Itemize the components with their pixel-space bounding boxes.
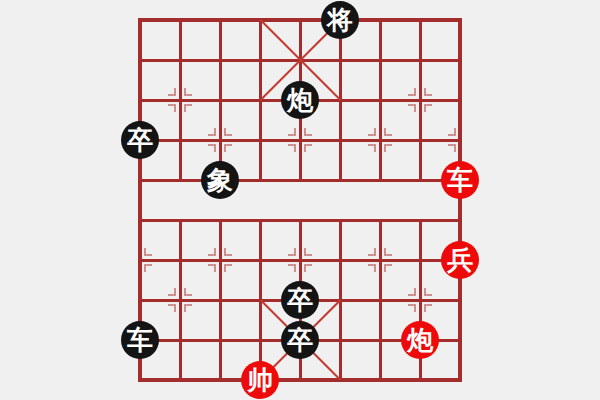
point-marker — [168, 304, 176, 312]
point-marker — [184, 304, 192, 312]
board-gridline-vertical — [419, 20, 422, 180]
point-marker — [408, 288, 416, 296]
point-marker — [304, 144, 312, 152]
point-marker — [208, 128, 216, 136]
board-gridline-vertical — [179, 220, 182, 380]
board-gridline-vertical — [379, 220, 382, 380]
board-gridline-vertical — [179, 20, 182, 180]
point-marker — [288, 128, 296, 136]
board-gridline-vertical — [219, 220, 222, 380]
point-marker — [304, 264, 312, 272]
point-marker — [208, 248, 216, 256]
point-marker — [184, 288, 192, 296]
point-marker — [448, 144, 456, 152]
point-marker — [288, 248, 296, 256]
point-marker — [368, 144, 376, 152]
point-marker — [168, 288, 176, 296]
point-marker — [304, 248, 312, 256]
point-marker — [224, 248, 232, 256]
point-marker — [384, 128, 392, 136]
point-marker — [168, 88, 176, 96]
point-marker — [184, 88, 192, 96]
point-marker — [408, 304, 416, 312]
point-marker — [424, 88, 432, 96]
point-marker — [144, 248, 152, 256]
piece-black-general[interactable]: 将 — [321, 1, 359, 39]
point-marker — [368, 264, 376, 272]
point-marker — [424, 288, 432, 296]
point-marker — [208, 144, 216, 152]
point-marker — [288, 144, 296, 152]
point-marker — [408, 104, 416, 112]
point-marker — [424, 104, 432, 112]
piece-red-soldier[interactable]: 兵 — [441, 241, 479, 279]
piece-black-soldier[interactable]: 卒 — [121, 121, 159, 159]
point-marker — [368, 128, 376, 136]
point-marker — [224, 264, 232, 272]
point-marker — [208, 264, 216, 272]
point-marker — [368, 248, 376, 256]
piece-black-cannon[interactable]: 炮 — [281, 81, 319, 119]
point-marker — [424, 304, 432, 312]
point-marker — [224, 144, 232, 152]
board-gridline-vertical — [379, 20, 382, 180]
point-marker — [224, 128, 232, 136]
piece-black-chariot[interactable]: 车 — [121, 321, 159, 359]
point-marker — [288, 264, 296, 272]
point-marker — [384, 248, 392, 256]
piece-black-soldier[interactable]: 卒 — [281, 281, 319, 319]
point-marker — [408, 88, 416, 96]
piece-red-general[interactable]: 帅 — [241, 361, 279, 399]
point-marker — [448, 128, 456, 136]
point-marker — [384, 144, 392, 152]
point-marker — [384, 264, 392, 272]
piece-black-elephant[interactable]: 象 — [201, 161, 239, 199]
point-marker — [144, 264, 152, 272]
point-marker — [304, 128, 312, 136]
piece-black-soldier[interactable]: 卒 — [281, 321, 319, 359]
point-marker — [184, 104, 192, 112]
board-gridline-vertical — [219, 20, 222, 180]
point-marker — [168, 104, 176, 112]
piece-red-cannon[interactable]: 炮 — [401, 321, 439, 359]
xiangqi-board[interactable]: 将炮卒象车兵卒车卒炮帅 — [0, 0, 600, 400]
piece-red-chariot[interactable]: 车 — [441, 161, 479, 199]
